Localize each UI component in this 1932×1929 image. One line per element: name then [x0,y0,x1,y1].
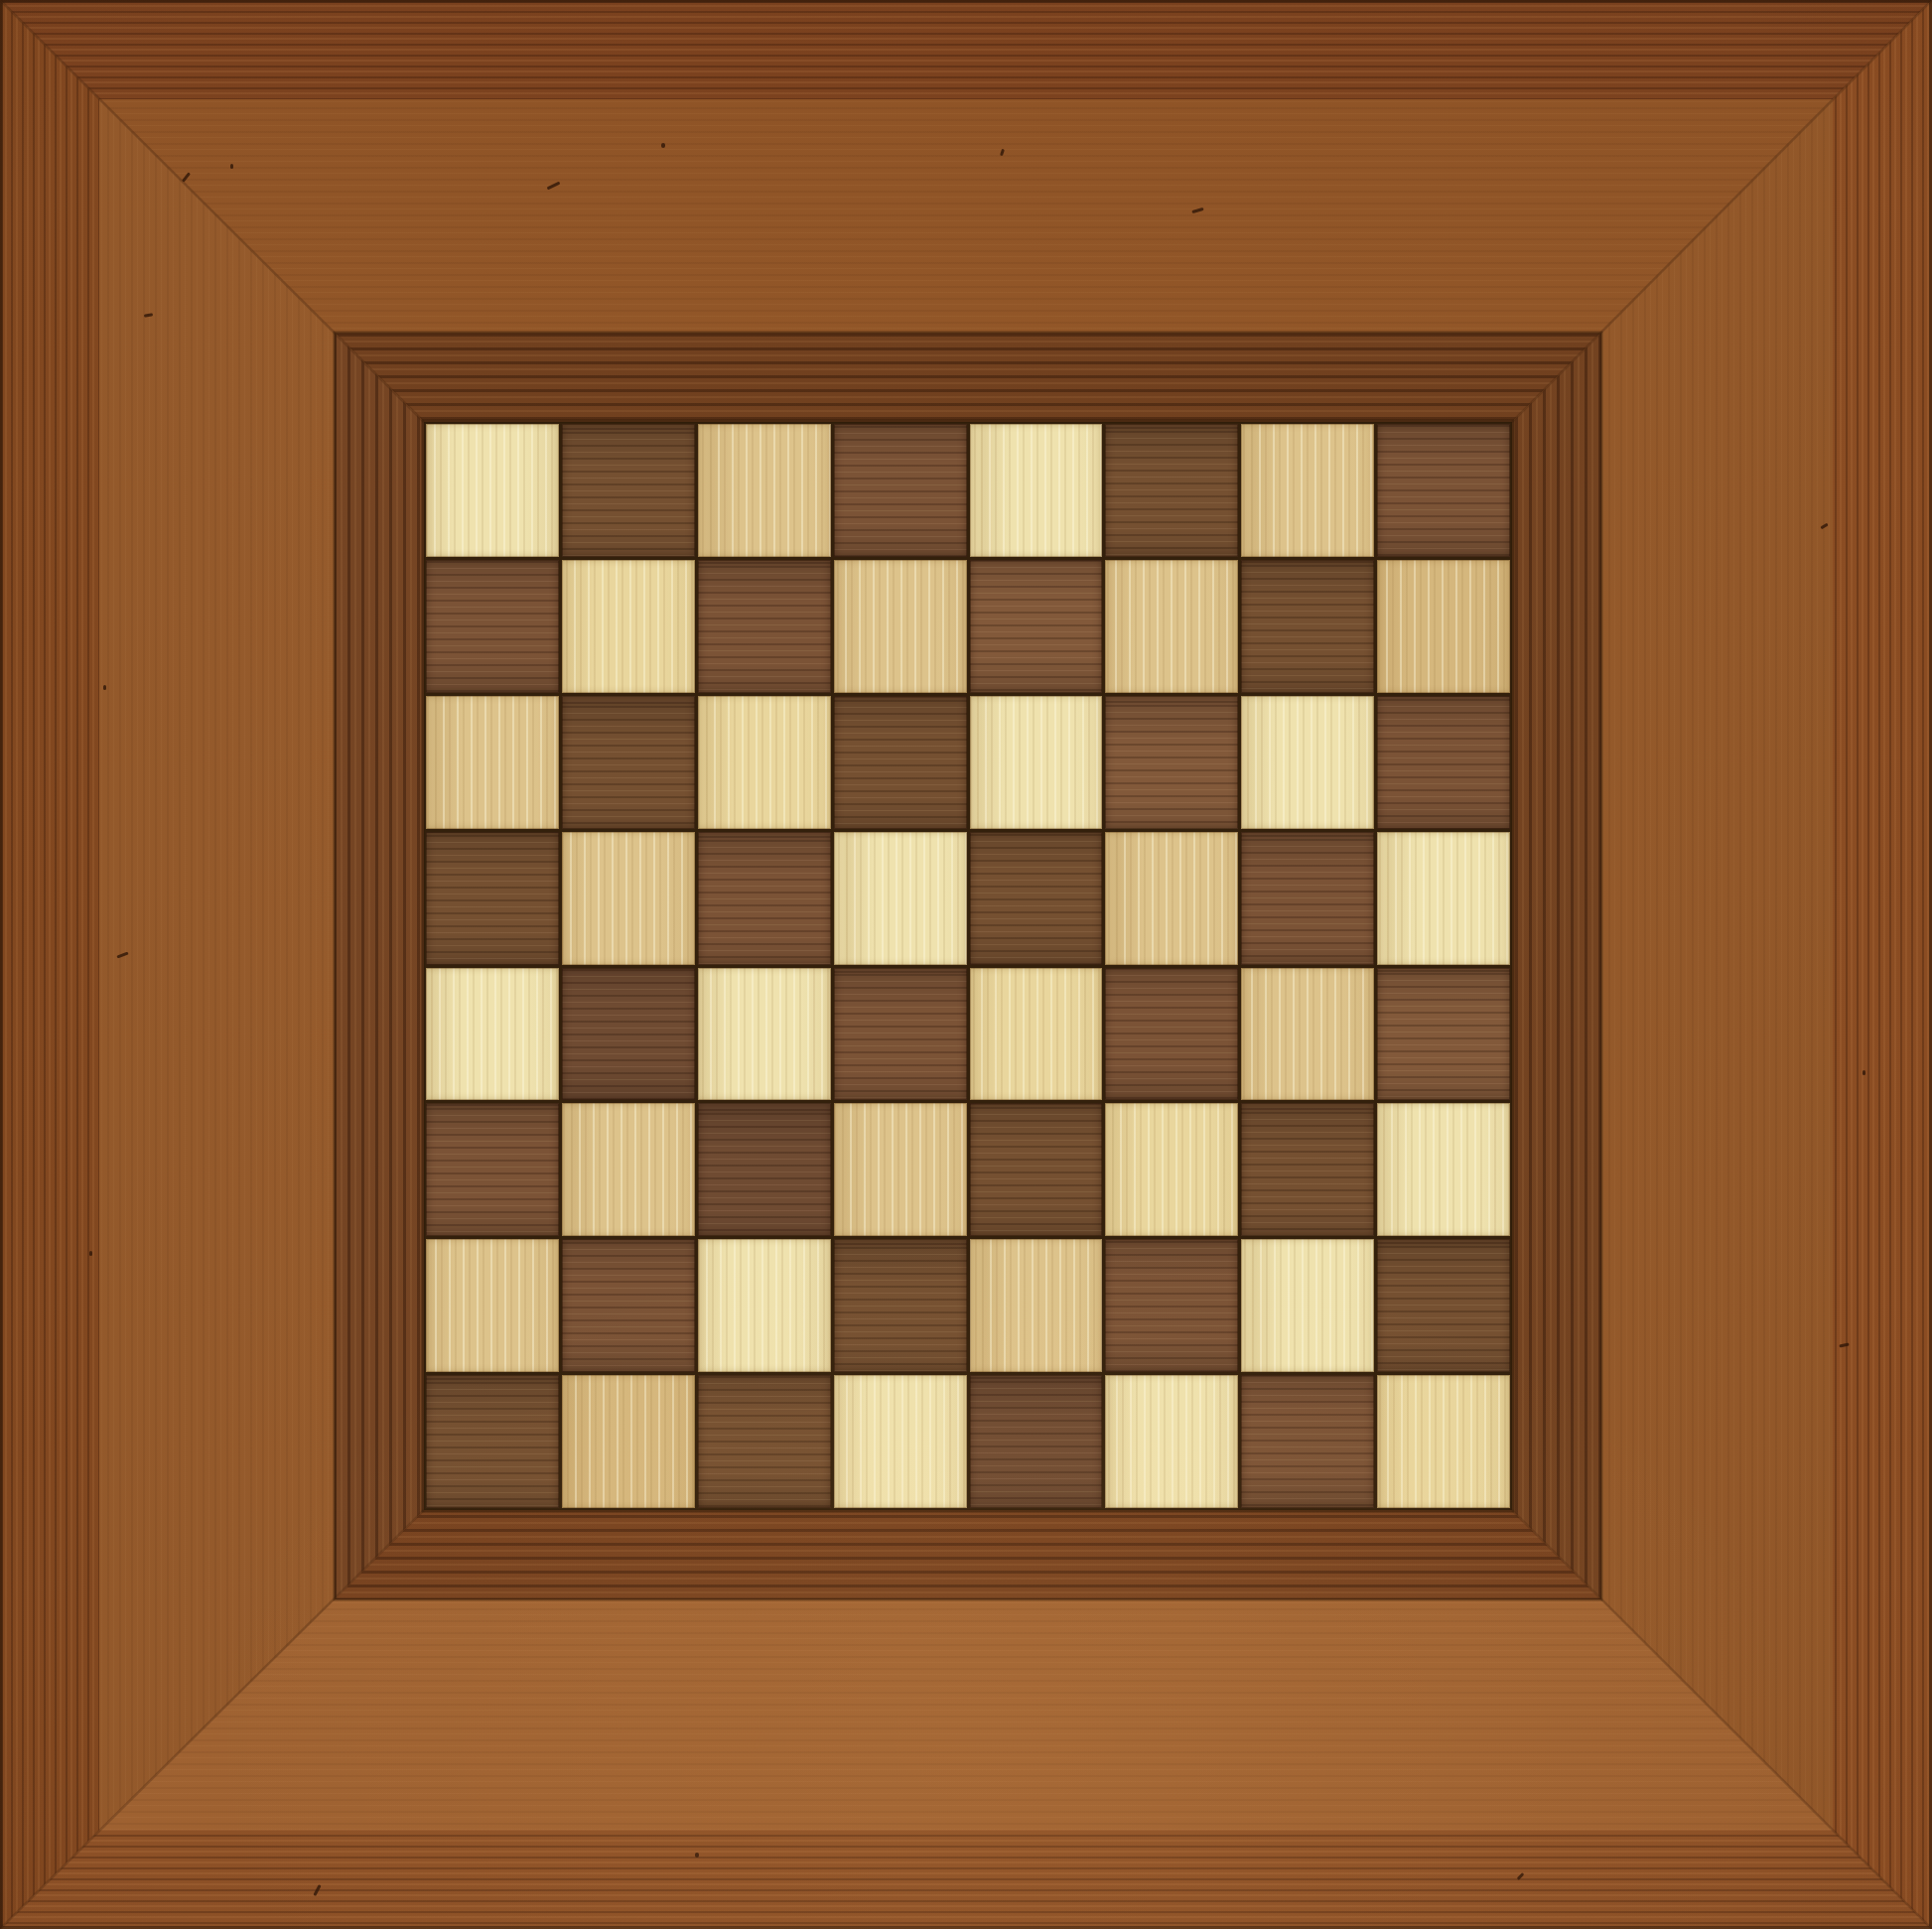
square-f6[interactable] [1105,696,1238,829]
square-g2[interactable] [1241,1239,1374,1372]
square-h4[interactable] [1377,968,1510,1101]
square-c8[interactable] [698,424,831,557]
square-h5[interactable] [1377,832,1510,965]
square-e7[interactable] [970,560,1103,693]
square-b6[interactable] [562,696,695,829]
square-e2[interactable] [970,1239,1103,1372]
square-c6[interactable] [698,696,831,829]
square-f7[interactable] [1105,560,1238,693]
square-b3[interactable] [562,1103,695,1236]
square-b7[interactable] [562,560,695,693]
square-d7[interactable] [834,560,967,693]
square-h2[interactable] [1377,1239,1510,1372]
square-f3[interactable] [1105,1103,1238,1236]
square-d2[interactable] [834,1239,967,1372]
square-g6[interactable] [1241,696,1374,829]
square-e5[interactable] [970,832,1103,965]
square-c1[interactable] [698,1375,831,1508]
square-g3[interactable] [1241,1103,1374,1236]
square-e8[interactable] [970,424,1103,557]
square-g5[interactable] [1241,832,1374,965]
square-g8[interactable] [1241,424,1374,557]
square-a8[interactable] [426,424,559,557]
chessboard [424,422,1512,1510]
square-h7[interactable] [1377,560,1510,693]
square-d4[interactable] [834,968,967,1101]
square-b2[interactable] [562,1239,695,1372]
framed-chessboard-photo [0,0,1932,1929]
square-a3[interactable] [426,1103,559,1236]
square-e6[interactable] [970,696,1103,829]
square-b8[interactable] [562,424,695,557]
square-h8[interactable] [1377,424,1510,557]
square-f1[interactable] [1105,1375,1238,1508]
square-b1[interactable] [562,1375,695,1508]
square-c4[interactable] [698,968,831,1101]
square-h3[interactable] [1377,1103,1510,1236]
square-g1[interactable] [1241,1375,1374,1508]
square-b5[interactable] [562,832,695,965]
square-g4[interactable] [1241,968,1374,1101]
square-a1[interactable] [426,1375,559,1508]
square-a5[interactable] [426,832,559,965]
square-c3[interactable] [698,1103,831,1236]
square-d1[interactable] [834,1375,967,1508]
square-c2[interactable] [698,1239,831,1372]
square-d3[interactable] [834,1103,967,1236]
square-d8[interactable] [834,424,967,557]
square-a2[interactable] [426,1239,559,1372]
square-g7[interactable] [1241,560,1374,693]
square-e1[interactable] [970,1375,1103,1508]
square-f8[interactable] [1105,424,1238,557]
square-h6[interactable] [1377,696,1510,829]
square-d6[interactable] [834,696,967,829]
square-c5[interactable] [698,832,831,965]
square-a4[interactable] [426,968,559,1101]
square-e3[interactable] [970,1103,1103,1236]
square-c7[interactable] [698,560,831,693]
square-e4[interactable] [970,968,1103,1101]
square-f2[interactable] [1105,1239,1238,1372]
square-f5[interactable] [1105,832,1238,965]
square-b4[interactable] [562,968,695,1101]
square-a6[interactable] [426,696,559,829]
square-d5[interactable] [834,832,967,965]
square-f4[interactable] [1105,968,1238,1101]
square-a7[interactable] [426,560,559,693]
square-h1[interactable] [1377,1375,1510,1508]
